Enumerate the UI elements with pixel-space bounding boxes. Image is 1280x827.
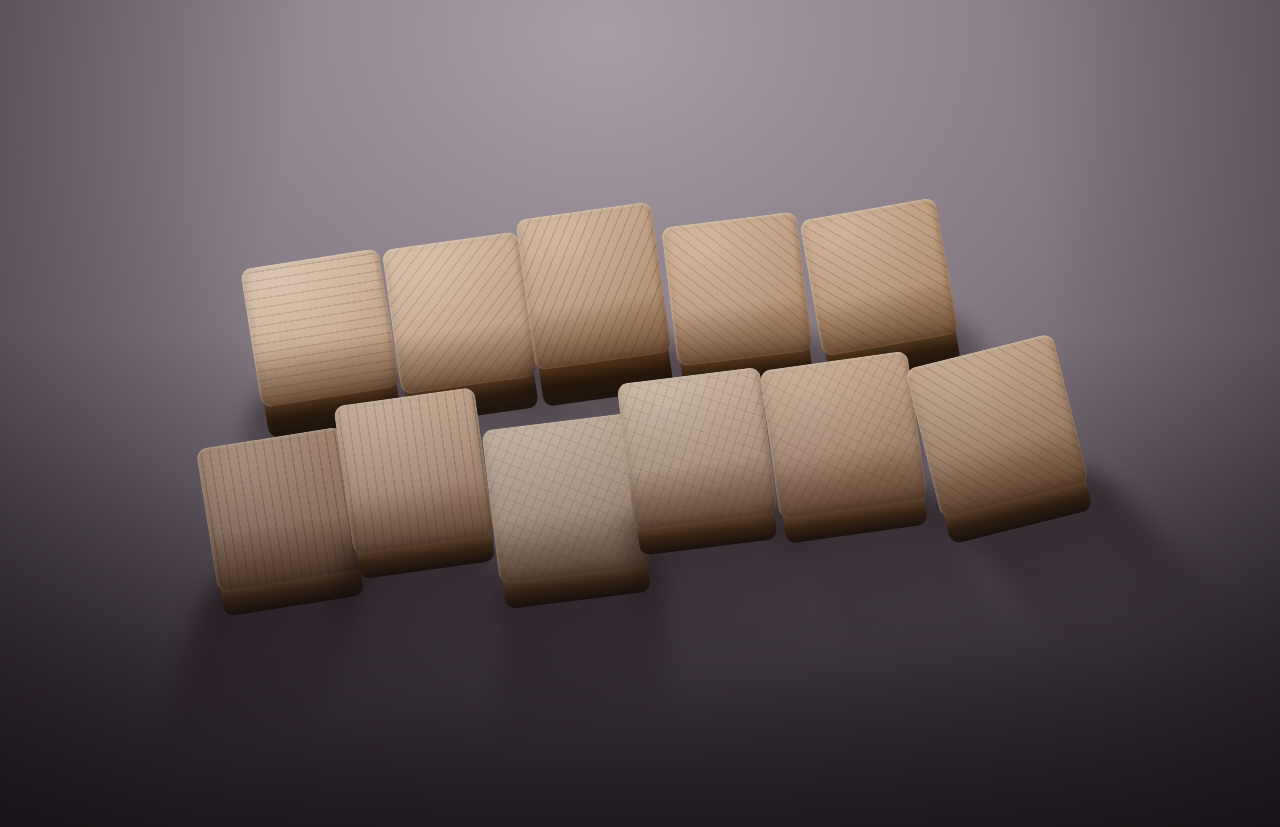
wooden-block-4 — [661, 211, 813, 367]
block-top-face — [515, 201, 672, 371]
wooden-block-2 — [382, 231, 538, 395]
wooden-block-10 — [759, 350, 927, 519]
wooden-block-6 — [196, 426, 364, 592]
block-top-face — [240, 248, 400, 408]
wooden-block-1 — [240, 248, 400, 408]
wooden-block-7 — [333, 387, 494, 555]
block-top-face — [617, 367, 778, 531]
block-top-face — [196, 426, 364, 592]
wooden-block-5 — [799, 197, 959, 357]
block-top-face — [661, 211, 813, 367]
wooden-block-9 — [617, 367, 778, 531]
block-top-face — [759, 350, 927, 519]
block-top-face — [333, 387, 494, 555]
wooden-block-3 — [515, 201, 672, 371]
block-top-face — [799, 197, 959, 357]
photo-scene — [0, 0, 1280, 827]
block-top-face — [382, 231, 538, 395]
